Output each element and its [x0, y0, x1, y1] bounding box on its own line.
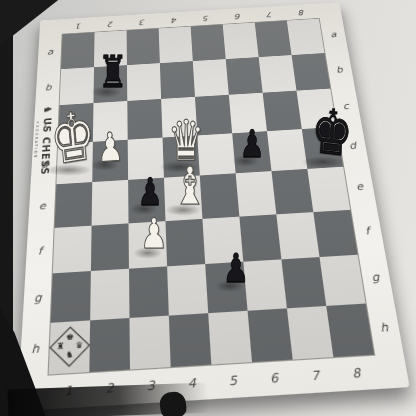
rank-label-top-6: 6	[222, 11, 255, 21]
square-h5[interactable]	[208, 310, 252, 364]
board-photo: 12345678 ♞ US CHESS FEDERATION abcdefgh …	[0, 0, 416, 416]
square-g2[interactable]	[90, 269, 129, 320]
vinyl-chess-mat: 12345678 ♞ US CHESS FEDERATION abcdefgh …	[17, 2, 409, 411]
square-e7[interactable]	[271, 169, 313, 214]
black-pawn-g5[interactable]: ♟	[223, 248, 250, 288]
file-label-right-b: b	[335, 65, 343, 74]
square-a4[interactable]	[159, 27, 193, 63]
square-g8[interactable]	[320, 255, 366, 306]
rank-label-bottom-5: 5	[212, 372, 254, 389]
square-g4[interactable]	[167, 264, 208, 315]
square-a3[interactable]	[127, 29, 160, 65]
black-pawn-e3[interactable]: ♟	[137, 173, 162, 211]
square-a1[interactable]	[61, 32, 94, 68]
square-h6[interactable]	[248, 308, 293, 362]
rank-label-top-7: 7	[253, 9, 286, 19]
square-f4[interactable]	[165, 218, 205, 266]
file-label-right-g: g	[371, 272, 380, 284]
square-a6[interactable]	[223, 23, 259, 59]
square-c3[interactable]	[127, 99, 162, 139]
square-a7[interactable]	[255, 21, 292, 57]
file-label-left-e: e	[39, 201, 46, 211]
corner-diamond-logo: ♚♛♜♞	[49, 327, 90, 367]
rank-label-top-4: 4	[158, 15, 190, 25]
file-label-left-g: g	[34, 292, 42, 304]
square-e2[interactable]	[92, 180, 129, 225]
rank-label-top-1: 1	[63, 21, 95, 31]
file-label-right-e: e	[355, 182, 364, 192]
file-label-left-b: b	[45, 83, 52, 92]
square-f1[interactable]	[53, 225, 92, 273]
rank-label-bottom-7: 7	[294, 367, 337, 384]
white-pawn-d2[interactable]: ♟	[96, 126, 124, 168]
file-label-right-f: f	[364, 226, 370, 237]
square-e8[interactable]	[307, 167, 350, 212]
black-pawn-d6[interactable]: ♟	[239, 125, 264, 163]
file-label-left-h: h	[31, 343, 39, 356]
file-label-right-h: h	[379, 321, 389, 333]
square-d7[interactable]	[267, 129, 307, 171]
square-h3[interactable]	[129, 315, 170, 369]
black-king-d8[interactable]: ♚	[310, 100, 355, 167]
square-f7[interactable]	[276, 212, 319, 260]
square-g3[interactable]	[129, 266, 169, 317]
rank-label-bottom-6: 6	[253, 369, 296, 386]
square-b3[interactable]	[127, 63, 161, 101]
file-label-left-a: a	[47, 48, 53, 56]
square-g1[interactable]	[51, 271, 91, 322]
square-a8[interactable]	[287, 19, 325, 55]
square-g7[interactable]	[281, 257, 326, 308]
file-label-right-a: a	[330, 31, 337, 39]
file-label-left-f: f	[38, 245, 43, 256]
square-e1[interactable]	[55, 182, 93, 227]
square-g6[interactable]	[243, 259, 287, 310]
rank-label-top-8: 8	[285, 7, 318, 17]
square-h4[interactable]	[169, 313, 212, 367]
white-bishop-e4[interactable]: ♝	[173, 160, 208, 212]
square-c7[interactable]	[263, 91, 302, 131]
square-h2[interactable]	[89, 317, 130, 372]
square-h1[interactable]: ♚♛♜♞	[49, 320, 90, 375]
corner-logo-piece-icon: ♞	[63, 349, 77, 363]
white-pawn-f3[interactable]: ♟	[140, 213, 168, 255]
square-b5[interactable]	[193, 59, 229, 97]
square-b8[interactable]	[292, 53, 331, 91]
square-f8[interactable]	[313, 209, 357, 257]
rank-label-bottom-8: 8	[335, 364, 378, 381]
square-a5[interactable]	[191, 25, 226, 61]
square-b7[interactable]	[259, 55, 297, 93]
black-rook-b2[interactable]: ♜	[98, 50, 127, 94]
rank-label-top-5: 5	[190, 13, 222, 23]
square-f2[interactable]	[91, 223, 129, 271]
square-e6[interactable]	[236, 171, 277, 216]
square-b4[interactable]	[160, 61, 195, 99]
white-king-d1[interactable]: ♚	[47, 101, 98, 176]
square-b6[interactable]	[226, 57, 263, 95]
rank-label-top-3: 3	[126, 17, 158, 27]
square-h8[interactable]	[326, 303, 374, 357]
rank-label-top-2: 2	[95, 19, 127, 29]
